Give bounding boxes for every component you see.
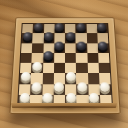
checkers-board-frame — [9, 17, 120, 114]
square-r7c2[interactable] — [30, 84, 42, 95]
white-checker-r6c5[interactable] — [66, 72, 76, 81]
square-r3c1 — [21, 43, 32, 53]
square-r7c8[interactable] — [99, 84, 111, 95]
square-r1c4[interactable] — [54, 24, 65, 33]
square-r3c7 — [87, 43, 98, 53]
square-r5c3 — [42, 63, 53, 73]
white-checker-r7c8[interactable] — [100, 83, 111, 93]
square-r4c7[interactable] — [87, 53, 98, 63]
square-r7c4[interactable] — [53, 84, 65, 95]
square-r6c1[interactable] — [19, 73, 31, 84]
square-r3c5 — [65, 43, 76, 53]
black-checker-r1c4[interactable] — [55, 23, 64, 31]
square-r6c5[interactable] — [65, 73, 76, 84]
white-checker-r8c5[interactable] — [66, 93, 76, 103]
square-r5c7 — [87, 63, 99, 73]
black-checker-r3c6[interactable] — [76, 42, 86, 51]
square-r3c2[interactable] — [32, 43, 43, 53]
black-checker-r1c8[interactable] — [97, 23, 107, 31]
square-r4c5[interactable] — [65, 53, 76, 63]
square-r4c8 — [98, 53, 110, 63]
white-checker-r7c4[interactable] — [54, 83, 64, 93]
square-r1c6[interactable] — [76, 24, 87, 33]
square-r4c1[interactable] — [21, 53, 33, 63]
square-r4c4 — [54, 53, 65, 63]
square-r5c6[interactable] — [76, 63, 87, 73]
square-r5c8[interactable] — [98, 63, 110, 73]
square-r2c3[interactable] — [43, 33, 54, 43]
white-checker-r5c2[interactable] — [32, 62, 42, 71]
square-r5c4[interactable] — [54, 63, 65, 73]
white-checker-r8c1[interactable] — [19, 93, 30, 103]
square-r3c8[interactable] — [97, 43, 108, 53]
black-checker-r3c8[interactable] — [98, 42, 108, 51]
square-r3c6[interactable] — [76, 43, 87, 53]
black-checker-r1c6[interactable] — [76, 23, 86, 31]
square-r6c7[interactable] — [88, 73, 100, 84]
square-r5c2[interactable] — [31, 63, 43, 73]
square-r2c2 — [32, 33, 43, 43]
square-r1c2[interactable] — [33, 24, 44, 33]
square-r7c6[interactable] — [76, 84, 88, 95]
square-r2c1[interactable] — [22, 33, 33, 43]
black-checker-r2c3[interactable] — [44, 32, 54, 40]
square-r4c3[interactable] — [43, 53, 54, 63]
black-checker-r3c4[interactable] — [55, 42, 65, 51]
black-checker-r1c2[interactable] — [34, 23, 44, 31]
white-checker-r8c3[interactable] — [42, 93, 52, 103]
square-r6c3[interactable] — [42, 73, 54, 84]
square-r4c6 — [76, 53, 87, 63]
black-checker-r2c1[interactable] — [22, 32, 32, 40]
square-r2c5[interactable] — [65, 33, 76, 43]
white-checker-r7c2[interactable] — [31, 83, 41, 93]
white-checker-r6c1[interactable] — [20, 72, 30, 81]
checkers-board — [17, 23, 113, 107]
white-checker-r7c6[interactable] — [77, 83, 87, 93]
black-checker-r4c3[interactable] — [43, 52, 53, 61]
board-shadow — [10, 106, 118, 112]
square-r3c4[interactable] — [54, 43, 65, 53]
square-r1c8[interactable] — [97, 24, 108, 33]
black-checker-r2c5[interactable] — [66, 32, 76, 40]
square-r2c7[interactable] — [86, 33, 97, 43]
white-checker-r8c7[interactable] — [89, 93, 100, 103]
square-r1c7 — [86, 24, 97, 33]
